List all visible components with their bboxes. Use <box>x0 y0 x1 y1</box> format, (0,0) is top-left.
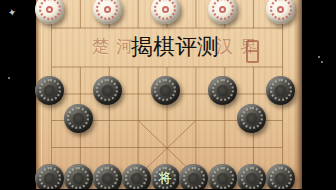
video-frame: 楚河 汉界 将 揭棋评测 ✦ <box>0 0 336 189</box>
caption-overlay: 揭棋评测 <box>131 35 219 59</box>
piece-hidden-black[interactable] <box>266 164 295 190</box>
sparkle-dot <box>8 77 10 79</box>
sparkle-dot <box>318 56 320 58</box>
board-edge-right <box>294 0 302 189</box>
board-seal-stamp <box>246 40 259 63</box>
sparkle-star-icon: ✦ <box>7 6 17 19</box>
piece-hidden-black[interactable] <box>151 76 180 105</box>
piece-black-general[interactable]: 将 <box>151 164 180 190</box>
general-label: 将 <box>151 164 180 190</box>
piece-hidden-black[interactable] <box>237 164 266 190</box>
piece-hidden-red[interactable] <box>151 0 180 24</box>
piece-hidden-black[interactable] <box>35 164 64 190</box>
piece-hidden-black[interactable] <box>93 164 122 190</box>
piece-hidden-black[interactable] <box>93 76 122 105</box>
piece-hidden-black[interactable] <box>35 76 64 105</box>
piece-hidden-black[interactable] <box>208 76 237 105</box>
piece-hidden-black[interactable] <box>122 164 151 190</box>
piece-hidden-red[interactable] <box>93 0 122 24</box>
xiangqi-board: 楚河 汉界 将 <box>36 0 302 189</box>
piece-hidden-black[interactable] <box>64 164 93 190</box>
piece-hidden-black[interactable] <box>237 104 266 133</box>
piece-hidden-black[interactable] <box>266 76 295 105</box>
sparkle-dot <box>321 61 323 63</box>
piece-hidden-black[interactable] <box>64 104 93 133</box>
